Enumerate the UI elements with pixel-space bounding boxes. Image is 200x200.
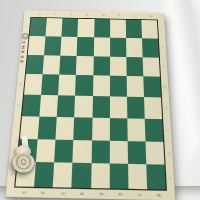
square-r3c8 — [143, 57, 160, 77]
square-r3c7 — [126, 57, 143, 77]
square-r4c4 — [75, 75, 93, 96]
white-pawn — [11, 136, 37, 176]
brand-letter-S: S — [21, 55, 26, 58]
pawn-base — [12, 153, 35, 173]
square-r3c1 — [26, 55, 44, 75]
square-r7c5 — [91, 140, 109, 164]
square-r6c5 — [92, 117, 110, 140]
photo-scene: 12345678 12345678 abcdefgh abcdefgh ® CH… — [0, 0, 200, 200]
square-r5c4 — [75, 96, 93, 118]
square-r5c3 — [57, 95, 75, 117]
square-r1c5 — [94, 19, 110, 37]
square-r2c1 — [28, 36, 46, 55]
square-r6c8 — [145, 119, 164, 142]
square-r5c1 — [22, 95, 41, 117]
brand-letter-S: S — [20, 60, 25, 63]
square-r8c3 — [53, 163, 73, 188]
square-r4c7 — [126, 76, 143, 97]
brand-letter-E: E — [21, 51, 26, 53]
square-r3c2 — [43, 55, 61, 75]
square-r5c2 — [40, 95, 59, 117]
square-r2c8 — [142, 38, 159, 57]
square-r4c8 — [143, 77, 161, 98]
square-r4c6 — [110, 76, 127, 97]
square-r2c3 — [61, 36, 78, 55]
square-r5c6 — [110, 96, 128, 118]
square-r1c2 — [46, 18, 63, 36]
square-r5c8 — [144, 97, 162, 119]
square-r5c5 — [92, 96, 110, 118]
square-r8c5 — [91, 163, 110, 188]
square-r2c5 — [93, 37, 109, 56]
square-r1c6 — [110, 19, 126, 37]
square-r6c4 — [74, 117, 92, 140]
brand-letter-C: C — [22, 41, 27, 44]
square-r8c7 — [128, 164, 147, 189]
square-r2c6 — [110, 37, 126, 56]
square-r6c6 — [110, 118, 128, 141]
square-r4c2 — [41, 74, 59, 95]
square-r2c7 — [126, 38, 143, 57]
square-r4c1 — [24, 74, 43, 95]
square-r3c6 — [110, 56, 127, 76]
square-r8c6 — [109, 164, 128, 189]
square-r1c1 — [30, 18, 47, 36]
square-r4c5 — [93, 76, 110, 97]
square-r7c3 — [54, 139, 73, 163]
square-r2c2 — [44, 36, 61, 55]
square-r7c7 — [127, 141, 146, 165]
square-r4c3 — [58, 75, 76, 96]
square-r6c7 — [127, 118, 145, 141]
square-r6c3 — [56, 117, 75, 140]
square-r2c4 — [77, 37, 94, 56]
square-r1c8 — [141, 20, 158, 38]
brand-letter-H: H — [22, 45, 27, 48]
square-r3c5 — [93, 56, 110, 76]
square-r7c6 — [109, 140, 127, 164]
square-r1c4 — [78, 19, 94, 37]
square-r8c8 — [146, 165, 166, 190]
square-r7c4 — [73, 139, 92, 163]
square-r1c3 — [62, 18, 79, 36]
square-r1c7 — [126, 20, 142, 38]
square-r3c4 — [76, 56, 93, 76]
brand-circle-emblem-icon: ® — [22, 33, 29, 39]
playing-grid — [14, 17, 167, 191]
square-r8c2 — [34, 162, 54, 187]
square-r7c8 — [145, 141, 164, 165]
square-r5c7 — [127, 97, 145, 119]
square-r7c2 — [36, 139, 56, 163]
square-r3c3 — [59, 55, 77, 75]
square-r8c4 — [72, 163, 91, 188]
square-r6c2 — [38, 116, 57, 139]
